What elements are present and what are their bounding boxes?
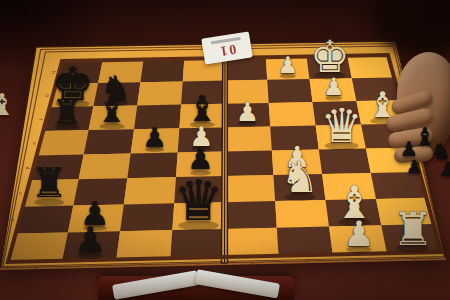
- piece-a2-white-pawn[interactable]: ♟: [343, 217, 374, 252]
- piece-a1-white-rook[interactable]: ♜: [392, 205, 433, 251]
- tournament-table: 87654321hgfedcbahgfedcba ♚♜♜♞♝♟♟♟♝♟♛♟♟♟♟…: [0, 0, 450, 300]
- piece-g2-white-pawn[interactable]: ♟: [323, 75, 345, 99]
- svg-text:e: e: [32, 142, 38, 145]
- table-number: 01: [217, 42, 237, 59]
- piece-c3-white-knight[interactable]: ♞: [281, 156, 320, 199]
- svg-text:8: 8: [33, 266, 39, 269]
- captured-black-piece: ♟: [406, 158, 422, 176]
- piece-f7-black-bishop[interactable]: ♝: [96, 93, 127, 128]
- svg-text:g: g: [44, 94, 51, 97]
- captured-white-piece: ♝: [0, 90, 15, 120]
- svg-text:6: 6: [141, 264, 147, 267]
- svg-text:h: h: [397, 65, 403, 68]
- svg-text:a: a: [445, 236, 450, 239]
- svg-text:4: 4: [250, 261, 256, 264]
- piece-b5-black-queen[interactable]: ♛: [173, 173, 223, 229]
- svg-text:2: 2: [358, 259, 364, 262]
- svg-text:3: 3: [304, 260, 310, 263]
- piece-h3-white-pawn[interactable]: ♟: [278, 54, 299, 77]
- piece-h2-white-king[interactable]: ♚: [310, 34, 349, 78]
- piece-a7-black-pawn[interactable]: ♟: [74, 223, 105, 258]
- svg-text:a: a: [2, 246, 8, 249]
- svg-text:d: d: [25, 166, 31, 169]
- svg-text:c: c: [18, 192, 24, 195]
- svg-text:5: 5: [195, 263, 201, 266]
- svg-text:c: c: [430, 183, 436, 186]
- piece-e6-black-pawn[interactable]: ♟: [143, 124, 167, 151]
- captured-black-piece: ♟: [439, 159, 450, 179]
- piece-f4-white-pawn[interactable]: ♟: [236, 99, 259, 125]
- piece-c8-black-rook[interactable]: ♜: [31, 164, 68, 205]
- svg-text:f: f: [38, 118, 44, 121]
- svg-text:7: 7: [87, 265, 93, 268]
- svg-text:b: b: [10, 219, 16, 222]
- piece-f8-black-rook[interactable]: ♜: [52, 95, 82, 129]
- piece-e2-white-queen[interactable]: ♛: [321, 101, 363, 148]
- svg-text:1: 1: [412, 258, 418, 261]
- svg-text:b: b: [437, 209, 443, 212]
